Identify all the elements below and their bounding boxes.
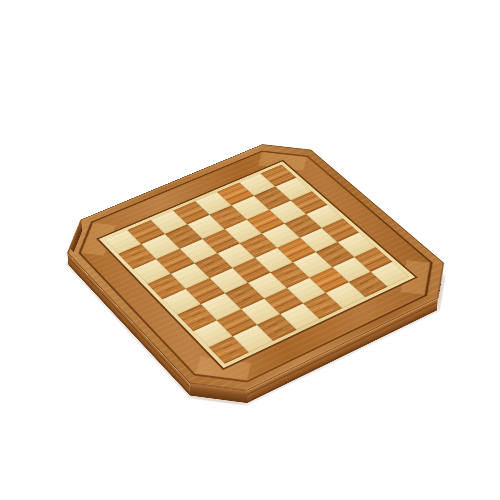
board-scene	[50, 144, 467, 420]
chess-board	[49, 132, 469, 407]
page-background	[0, 0, 500, 500]
